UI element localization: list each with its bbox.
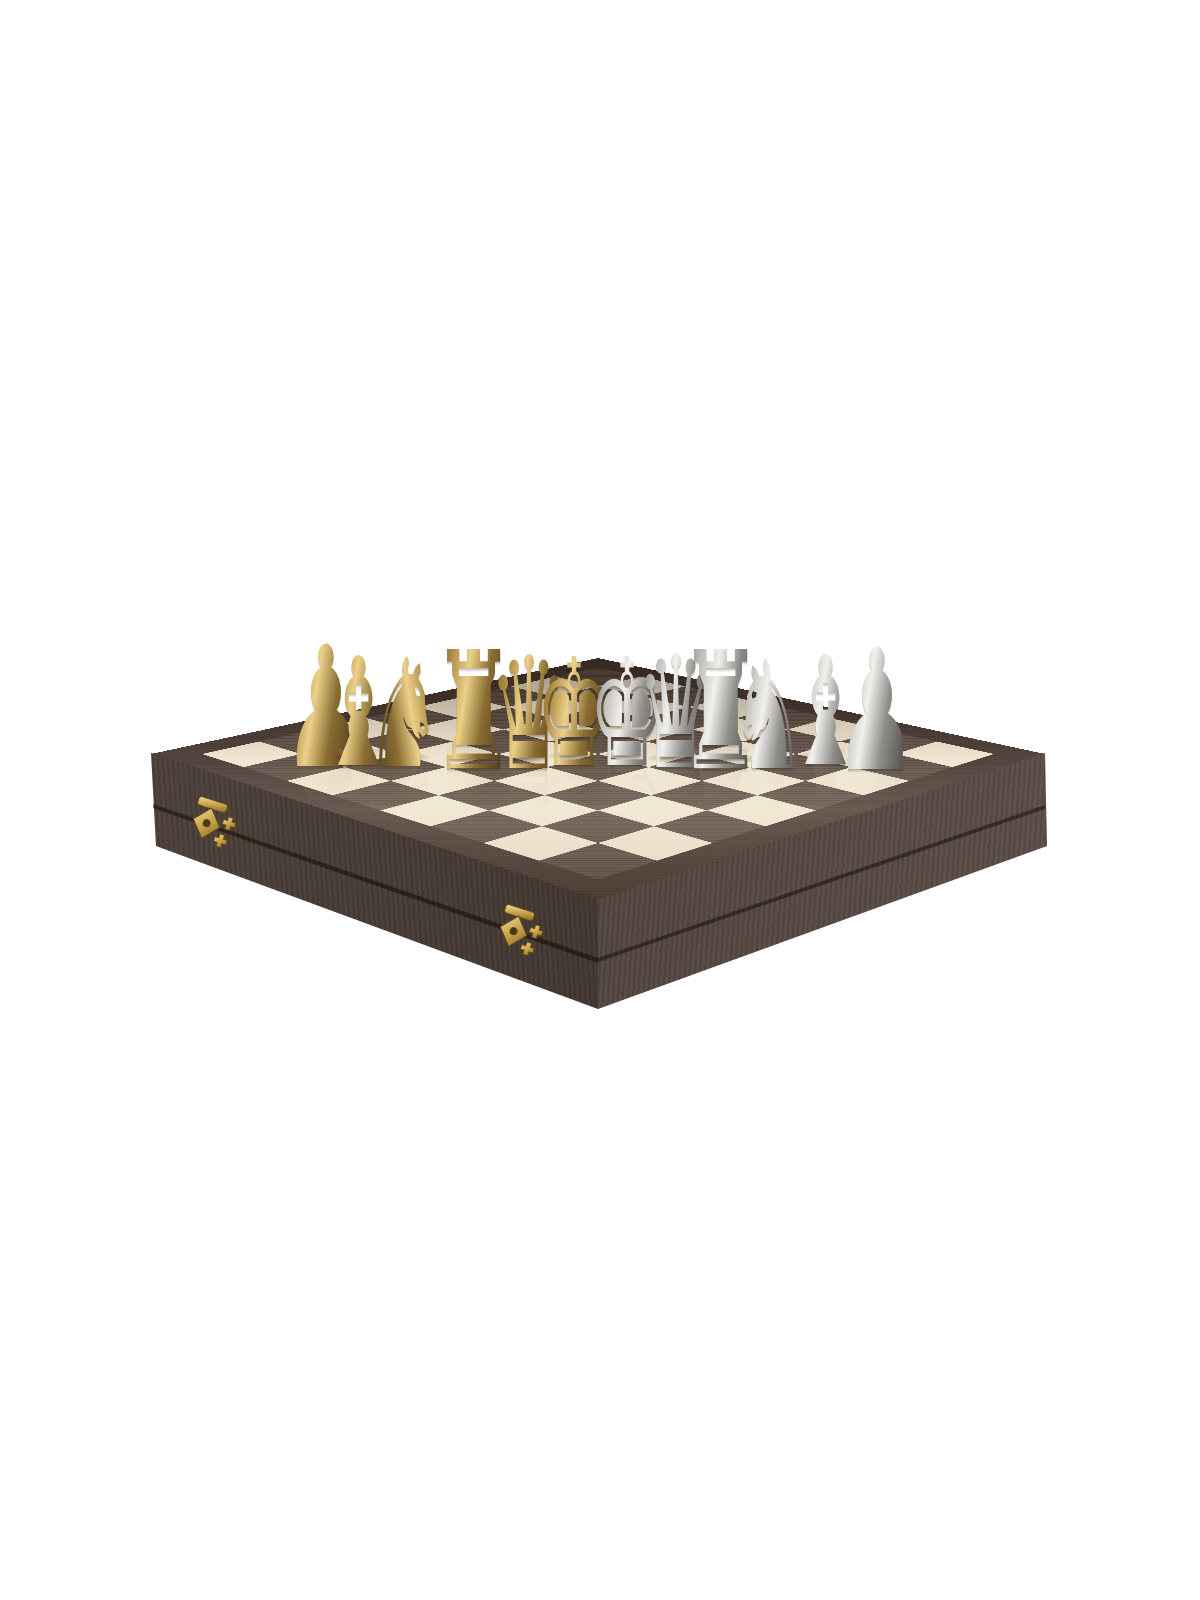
bishop-reflection: ♝ bbox=[786, 724, 856, 875]
knight-glyph: ♞ bbox=[373, 639, 443, 789]
pawn-glyph: ♟ bbox=[833, 627, 903, 795]
piece-brass-knight: ♞♞ bbox=[348, 639, 468, 789]
piece-brass-pawn: ♟♟ bbox=[257, 624, 377, 792]
pawn-reflection: ♟ bbox=[833, 724, 903, 892]
queen-reflection: ♛ bbox=[488, 726, 558, 882]
rook-reflection: ♜ bbox=[431, 724, 501, 887]
piece-brass-king: ♚♚ bbox=[510, 639, 630, 788]
queen-reflection: ♛ bbox=[635, 725, 705, 881]
bishop-glyph: ♝ bbox=[786, 637, 856, 788]
bishop-reflection: ♝ bbox=[319, 725, 389, 876]
bishop-glyph: ♝ bbox=[319, 638, 389, 789]
piece-silver-pawn: ♟♟ bbox=[808, 627, 928, 795]
piece-layer: ♟♟♝♝♞♞♜♜♛♛♚♚♚♚♛♛♜♜♞♞♝♝♟♟ bbox=[0, 0, 1200, 1600]
queen-glyph: ♛ bbox=[488, 636, 558, 792]
pawn-reflection: ♟ bbox=[282, 721, 352, 889]
piece-brass-queen: ♛♛ bbox=[463, 636, 583, 792]
rook-reflection: ♜ bbox=[678, 724, 748, 887]
piece-silver-knight: ♞♞ bbox=[704, 641, 824, 791]
king-glyph: ♚ bbox=[535, 639, 605, 788]
piece-silver-queen: ♛♛ bbox=[610, 635, 730, 791]
piece-brass-bishop: ♝♝ bbox=[294, 638, 414, 789]
queen-glyph: ♛ bbox=[635, 635, 705, 791]
knight-glyph: ♞ bbox=[729, 641, 799, 791]
pawn-glyph: ♟ bbox=[282, 624, 352, 792]
king-reflection: ♚ bbox=[535, 724, 605, 873]
knight-reflection: ♞ bbox=[729, 727, 799, 877]
king-glyph: ♚ bbox=[588, 639, 658, 788]
chess-set-product-photo: ♟♟♝♝♞♞♜♜♛♛♚♚♚♚♛♛♜♜♞♞♝♝♟♟ bbox=[0, 0, 1200, 1600]
piece-brass-rook: ♜♜ bbox=[406, 630, 526, 793]
piece-silver-rook: ♜♜ bbox=[653, 630, 773, 793]
rook-glyph: ♜ bbox=[431, 630, 501, 793]
king-reflection: ♚ bbox=[588, 724, 658, 873]
rook-glyph: ♜ bbox=[678, 630, 748, 793]
piece-silver-king: ♚♚ bbox=[563, 639, 683, 788]
piece-silver-bishop: ♝♝ bbox=[761, 637, 881, 788]
knight-reflection: ♞ bbox=[373, 725, 443, 875]
